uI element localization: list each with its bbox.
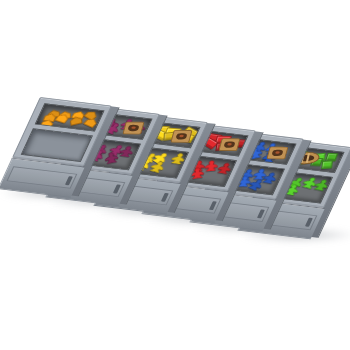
square-tile-token	[122, 122, 144, 135]
square-tile-token	[170, 130, 192, 143]
square-tile-token	[218, 138, 240, 151]
tray-orange	[12, 97, 112, 166]
game-piece-tray-photo	[0, 0, 350, 350]
token-art	[271, 150, 283, 156]
token-art	[175, 133, 187, 139]
tray-front-seam	[6, 166, 77, 189]
token-art	[223, 141, 235, 147]
meeple-piece	[117, 145, 136, 158]
cube-piece	[321, 161, 333, 170]
square-tile-token	[266, 147, 288, 160]
token-art	[127, 125, 139, 131]
meeple-piece	[103, 151, 119, 164]
house-piece	[68, 115, 83, 126]
